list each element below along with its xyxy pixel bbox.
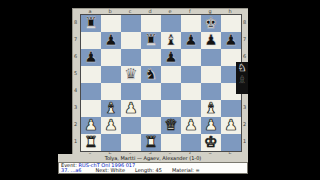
white-king-piece: ♚: [204, 134, 217, 151]
material-tray: ♞ ♗: [236, 62, 248, 94]
square-d6[interactable]: [141, 49, 161, 66]
white-rook-piece: ♜: [84, 134, 97, 151]
square-f8[interactable]: [181, 15, 201, 32]
square-b7[interactable]: ♟: [101, 32, 121, 49]
square-e3[interactable]: [161, 100, 181, 117]
square-d8[interactable]: [141, 15, 161, 32]
rank-label-2: 2: [242, 116, 247, 133]
white-pawn-piece: ♟: [184, 117, 197, 134]
black-queen-piece: ♛: [124, 66, 137, 83]
next-value: White: [111, 168, 126, 173]
square-h1[interactable]: [221, 134, 241, 151]
white-pawn-piece: ♟: [84, 117, 97, 134]
square-e7[interactable]: ♝: [161, 32, 181, 49]
square-e8[interactable]: [161, 15, 181, 32]
square-g6[interactable]: [201, 49, 221, 66]
square-b6[interactable]: [101, 49, 121, 66]
rank-label-6: 6: [73, 48, 78, 65]
rank-label-8: 8: [73, 14, 78, 31]
app-window: abcdefgh 87654321 87654321 ♜♚♟♜♝♟♟♟♟♟♛♞♝…: [0, 0, 320, 180]
square-g3[interactable]: ♝: [201, 100, 221, 117]
square-c7[interactable]: [121, 32, 141, 49]
square-b1[interactable]: [101, 134, 121, 151]
square-a6[interactable]: ♟: [81, 49, 101, 66]
white-pawn-piece: ♟: [224, 117, 237, 134]
game-info-panel: Event: RUS-chT Onl 1996 017 37. ...a6 Ne…: [58, 162, 248, 174]
black-pawn-piece: ♟: [164, 49, 177, 66]
square-b2[interactable]: ♟: [101, 117, 121, 134]
rank-label-7: 7: [242, 31, 247, 48]
rank-label-3: 3: [73, 99, 78, 116]
material-value: =: [196, 168, 200, 173]
square-c8[interactable]: [121, 15, 141, 32]
square-b8[interactable]: [101, 15, 121, 32]
square-d4[interactable]: [141, 83, 161, 100]
square-e6[interactable]: ♟: [161, 49, 181, 66]
square-c2[interactable]: [121, 117, 141, 134]
rank-label-7: 7: [73, 31, 78, 48]
board-frame: abcdefgh 87654321 87654321 ♜♚♟♜♝♟♟♟♟♟♛♞♝…: [72, 8, 248, 156]
black-pawn-piece: ♟: [204, 32, 217, 49]
square-h8[interactable]: [221, 15, 241, 32]
square-d2[interactable]: [141, 117, 161, 134]
square-c5[interactable]: ♛: [121, 66, 141, 83]
square-e4[interactable]: [161, 83, 181, 100]
square-d5[interactable]: ♞: [141, 66, 161, 83]
square-b5[interactable]: [101, 66, 121, 83]
square-a3[interactable]: [81, 100, 101, 117]
square-g7[interactable]: ♟: [201, 32, 221, 49]
length-label: Length:: [135, 168, 154, 173]
square-c3[interactable]: ♟: [121, 100, 141, 117]
square-a4[interactable]: [81, 83, 101, 100]
captured-black-knight-icon: ♞: [238, 62, 247, 74]
square-c4[interactable]: [121, 83, 141, 100]
black-rook-piece: ♜: [144, 32, 157, 49]
square-a7[interactable]: [81, 32, 101, 49]
square-f5[interactable]: [181, 66, 201, 83]
square-a5[interactable]: [81, 66, 101, 83]
players-caption: Tolya, Martti — Agaev, Alexander (1-0): [58, 154, 248, 162]
black-bishop-piece: ♝: [164, 32, 177, 49]
captured-white-bishop-icon: ♗: [238, 74, 247, 86]
black-knight-piece: ♞: [144, 66, 157, 83]
square-h2[interactable]: ♟: [221, 117, 241, 134]
square-b3[interactable]: ♝: [101, 100, 121, 117]
square-g2[interactable]: ♟: [201, 117, 221, 134]
white-pawn-piece: ♟: [124, 100, 137, 117]
white-bishop-piece: ♝: [204, 100, 217, 117]
square-f2[interactable]: ♟: [181, 117, 201, 134]
square-c6[interactable]: [121, 49, 141, 66]
white-queen-piece: ♛: [164, 117, 177, 134]
black-rook-piece: ♜: [84, 15, 97, 32]
square-g8[interactable]: ♚: [201, 15, 221, 32]
square-f4[interactable]: [181, 83, 201, 100]
players-line: Tolya, Martti — Agaev, Alexander (1-0): [105, 155, 202, 161]
black-pawn-piece: ♟: [84, 49, 97, 66]
square-d1[interactable]: ♜: [141, 134, 161, 151]
rank-labels-left: 87654321: [73, 14, 78, 150]
square-e1[interactable]: [161, 134, 181, 151]
white-pawn-piece: ♟: [104, 117, 117, 134]
square-f1[interactable]: [181, 134, 201, 151]
rank-label-2: 2: [73, 116, 78, 133]
black-pawn-piece: ♟: [184, 32, 197, 49]
square-f3[interactable]: [181, 100, 201, 117]
square-d3[interactable]: [141, 100, 161, 117]
square-a2[interactable]: ♟: [81, 117, 101, 134]
white-rook-piece: ♜: [144, 134, 157, 151]
white-pawn-piece: ♟: [204, 117, 217, 134]
square-g1[interactable]: ♚: [201, 134, 221, 151]
square-a1[interactable]: ♜: [81, 134, 101, 151]
move-status-row: 37. ...a6 Next: White Length: 45 Materia…: [61, 168, 245, 173]
square-h3[interactable]: [221, 100, 241, 117]
black-pawn-piece: ♟: [104, 32, 117, 49]
rank-label-1: 1: [73, 133, 78, 150]
square-d7[interactable]: ♜: [141, 32, 161, 49]
square-f7[interactable]: ♟: [181, 32, 201, 49]
chess-board[interactable]: ♜♚♟♜♝♟♟♟♟♟♛♞♝♟♝♟♟♛♟♟♟♜♜♚: [80, 14, 242, 152]
length-value: 45: [156, 168, 162, 173]
square-b4[interactable]: [101, 83, 121, 100]
square-h7[interactable]: ♟: [221, 32, 241, 49]
rank-label-3: 3: [242, 99, 247, 116]
material-label: Material:: [172, 168, 194, 173]
square-g5[interactable]: [201, 66, 221, 83]
rank-label-8: 8: [242, 14, 247, 31]
rank-label-1: 1: [242, 133, 247, 150]
square-c1[interactable]: [121, 134, 141, 151]
black-pawn-piece: ♟: [224, 32, 237, 49]
next-label: Next:: [96, 168, 109, 173]
rank-label-5: 5: [73, 65, 78, 82]
square-f6[interactable]: [181, 49, 201, 66]
square-a8[interactable]: ♜: [81, 15, 101, 32]
white-bishop-piece: ♝: [104, 100, 117, 117]
black-king-piece: ♚: [204, 15, 217, 32]
square-g4[interactable]: [201, 83, 221, 100]
square-e2[interactable]: ♛: [161, 117, 181, 134]
last-move: 37. ...a6: [61, 168, 82, 173]
rank-label-4: 4: [73, 82, 78, 99]
square-e5[interactable]: [161, 66, 181, 83]
